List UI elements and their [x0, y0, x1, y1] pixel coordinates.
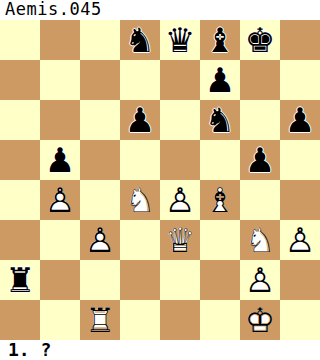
piece-glyph: ♗ [200, 180, 240, 220]
square-a2[interactable]: ♜ [0, 260, 40, 300]
piece-glyph: ♟ [200, 60, 240, 100]
square-g4[interactable] [240, 180, 280, 220]
square-h7[interactable] [280, 60, 320, 100]
square-f6[interactable]: ♞ [200, 100, 240, 140]
square-e7[interactable] [160, 60, 200, 100]
piece-glyph: ♙ [40, 180, 80, 220]
square-h6[interactable]: ♟ [280, 100, 320, 140]
piece-glyph: ♝ [200, 20, 240, 60]
square-a8[interactable] [0, 20, 40, 60]
piece-glyph: ♙ [160, 180, 200, 220]
square-b4[interactable]: ♟♙ [40, 180, 80, 220]
piece-glyph: ♙ [240, 260, 280, 300]
square-e5[interactable] [160, 140, 200, 180]
square-g8[interactable]: ♚ [240, 20, 280, 60]
black-pawn[interactable]: ♟ [280, 100, 320, 140]
square-g5[interactable]: ♟ [240, 140, 280, 180]
white-knight[interactable]: ♞♘ [120, 180, 160, 220]
piece-glyph: ♛ [160, 20, 200, 60]
square-e8[interactable]: ♛ [160, 20, 200, 60]
piece-glyph: ♟ [40, 140, 80, 180]
square-c8[interactable] [80, 20, 120, 60]
square-d7[interactable] [120, 60, 160, 100]
square-c6[interactable] [80, 100, 120, 140]
move-prompt: 1. ? [0, 340, 320, 360]
square-d1[interactable] [120, 300, 160, 340]
square-h3[interactable]: ♟♙ [280, 220, 320, 260]
piece-glyph: ♚ [240, 20, 280, 60]
square-b3[interactable] [40, 220, 80, 260]
white-rook[interactable]: ♜♖ [80, 300, 120, 340]
piece-glyph: ♕ [160, 220, 200, 260]
square-h8[interactable] [280, 20, 320, 60]
piece-glyph: ♘ [120, 180, 160, 220]
square-f7[interactable]: ♟ [200, 60, 240, 100]
black-king[interactable]: ♚ [240, 20, 280, 60]
square-f5[interactable] [200, 140, 240, 180]
piece-glyph: ♙ [80, 220, 120, 260]
black-queen[interactable]: ♛ [160, 20, 200, 60]
square-g3[interactable]: ♞♘ [240, 220, 280, 260]
square-d4[interactable]: ♞♘ [120, 180, 160, 220]
square-g1[interactable]: ♚♔ [240, 300, 280, 340]
diagram-title: Aemis.045 [0, 0, 320, 20]
square-e3[interactable]: ♛♕ [160, 220, 200, 260]
white-pawn[interactable]: ♟♙ [240, 260, 280, 300]
square-e6[interactable] [160, 100, 200, 140]
square-c2[interactable] [80, 260, 120, 300]
black-rook[interactable]: ♜ [0, 260, 40, 300]
square-a6[interactable] [0, 100, 40, 140]
piece-glyph: ♖ [80, 300, 120, 340]
square-b2[interactable] [40, 260, 80, 300]
square-b7[interactable] [40, 60, 80, 100]
chess-diagram-app: Aemis.045 ♞♛♝♚♟♟♞♟♟♟♟♙♞♘♟♙♝♗♟♙♛♕♞♘♟♙♜♟♙♜… [0, 0, 320, 360]
piece-glyph: ♟ [120, 100, 160, 140]
square-g6[interactable] [240, 100, 280, 140]
black-pawn[interactable]: ♟ [120, 100, 160, 140]
square-f4[interactable]: ♝♗ [200, 180, 240, 220]
square-c4[interactable] [80, 180, 120, 220]
square-h2[interactable] [280, 260, 320, 300]
square-d5[interactable] [120, 140, 160, 180]
square-d2[interactable] [120, 260, 160, 300]
square-a5[interactable] [0, 140, 40, 180]
square-f3[interactable] [200, 220, 240, 260]
square-a4[interactable] [0, 180, 40, 220]
square-b1[interactable] [40, 300, 80, 340]
square-h1[interactable] [280, 300, 320, 340]
square-a1[interactable] [0, 300, 40, 340]
square-e2[interactable] [160, 260, 200, 300]
square-b8[interactable] [40, 20, 80, 60]
piece-glyph: ♟ [280, 100, 320, 140]
piece-glyph: ♟ [240, 140, 280, 180]
square-c7[interactable] [80, 60, 120, 100]
white-queen[interactable]: ♛♕ [160, 220, 200, 260]
square-h5[interactable] [280, 140, 320, 180]
square-f8[interactable]: ♝ [200, 20, 240, 60]
square-a7[interactable] [0, 60, 40, 100]
piece-glyph: ♞ [200, 100, 240, 140]
black-knight[interactable]: ♞ [120, 20, 160, 60]
square-f2[interactable] [200, 260, 240, 300]
square-c5[interactable] [80, 140, 120, 180]
piece-glyph: ♞ [120, 20, 160, 60]
white-pawn[interactable]: ♟♙ [160, 180, 200, 220]
square-e4[interactable]: ♟♙ [160, 180, 200, 220]
square-c1[interactable]: ♜♖ [80, 300, 120, 340]
square-d8[interactable]: ♞ [120, 20, 160, 60]
square-c3[interactable]: ♟♙ [80, 220, 120, 260]
square-f1[interactable] [200, 300, 240, 340]
square-b5[interactable]: ♟ [40, 140, 80, 180]
square-a3[interactable] [0, 220, 40, 260]
black-pawn[interactable]: ♟ [240, 140, 280, 180]
square-d3[interactable] [120, 220, 160, 260]
black-bishop[interactable]: ♝ [200, 20, 240, 60]
square-d6[interactable]: ♟ [120, 100, 160, 140]
square-e1[interactable] [160, 300, 200, 340]
white-pawn[interactable]: ♟♙ [40, 180, 80, 220]
square-h4[interactable] [280, 180, 320, 220]
square-g7[interactable] [240, 60, 280, 100]
white-pawn[interactable]: ♟♙ [80, 220, 120, 260]
piece-glyph: ♙ [280, 220, 320, 260]
piece-glyph: ♘ [240, 220, 280, 260]
white-bishop[interactable]: ♝♗ [200, 180, 240, 220]
black-knight[interactable]: ♞ [200, 100, 240, 140]
piece-glyph: ♜ [0, 260, 40, 300]
white-pawn[interactable]: ♟♙ [280, 220, 320, 260]
black-pawn[interactable]: ♟ [40, 140, 80, 180]
black-pawn[interactable]: ♟ [200, 60, 240, 100]
square-b6[interactable] [40, 100, 80, 140]
square-g2[interactable]: ♟♙ [240, 260, 280, 300]
piece-glyph: ♔ [240, 300, 280, 340]
white-knight[interactable]: ♞♘ [240, 220, 280, 260]
white-king[interactable]: ♚♔ [240, 300, 280, 340]
chess-board: ♞♛♝♚♟♟♞♟♟♟♟♙♞♘♟♙♝♗♟♙♛♕♞♘♟♙♜♟♙♜♖♚♔ [0, 20, 320, 340]
